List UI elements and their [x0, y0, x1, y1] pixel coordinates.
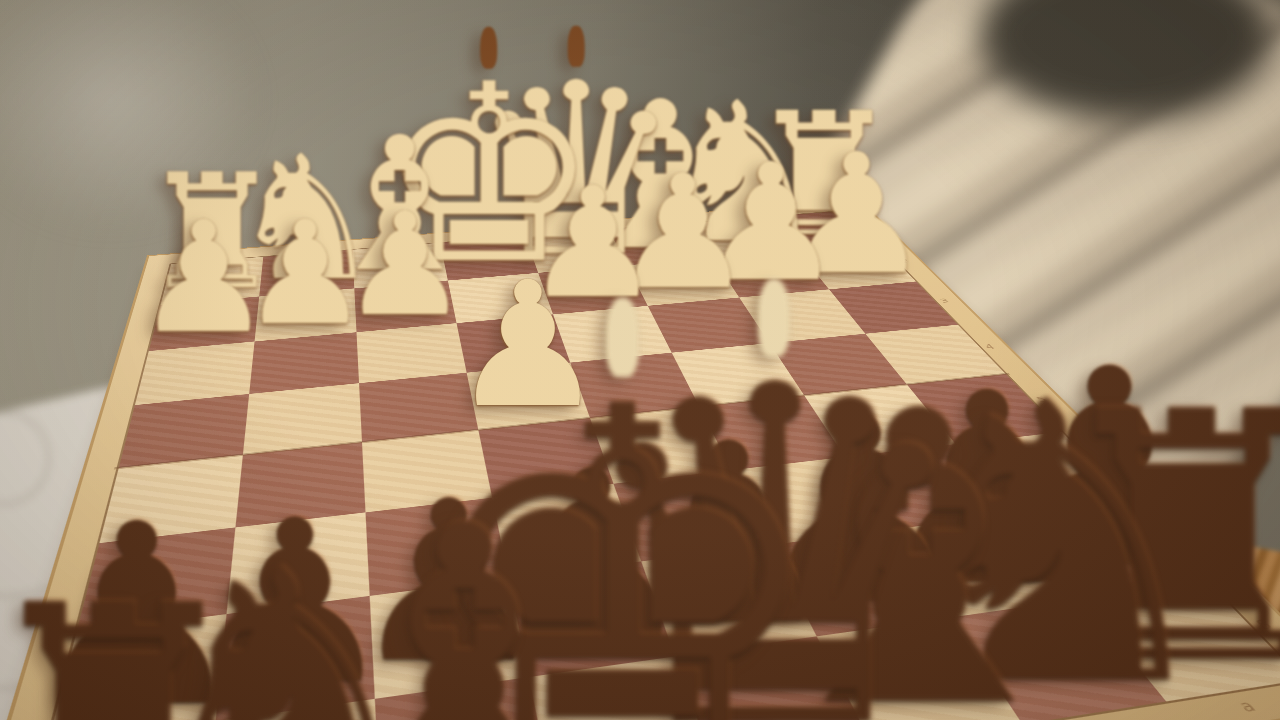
piece-white-pawn-h2[interactable]: ♟ [135, 201, 273, 355]
black-king-finial [606, 297, 639, 377]
piece-black-rook-h8[interactable]: ♜ [0, 565, 254, 720]
white-king-finial [480, 26, 497, 68]
photo-scene: 12345678hgfedcba ♜♞♝♛♚♝♞♜♟♟♟♟♟♟♟♟♜♞♝♛♚♝♞… [0, 0, 1280, 720]
